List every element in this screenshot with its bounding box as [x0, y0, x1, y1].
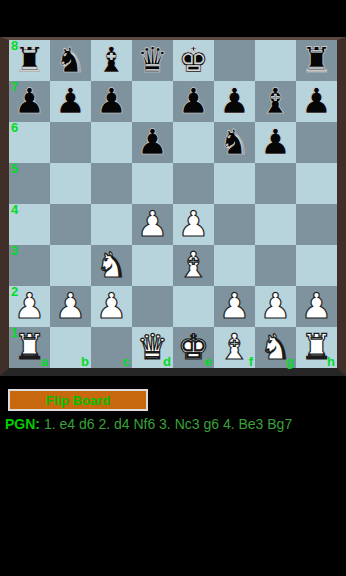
- square-b1[interactable]: b: [50, 327, 91, 368]
- square-a6[interactable]: 6: [9, 122, 50, 163]
- square-f8[interactable]: [214, 40, 255, 81]
- rank-label-3: 3: [11, 244, 18, 258]
- square-e7[interactable]: ♟: [173, 81, 214, 122]
- pgn-line: PGN: 1. e4 d6 2. d4 Nf6 3. Nc3 g6 4. Be3…: [5, 416, 346, 432]
- black-pawn: ♟: [132, 122, 173, 163]
- black-pawn: ♟: [255, 122, 296, 163]
- square-e5[interactable]: [173, 163, 214, 204]
- file-label-f: f: [249, 355, 253, 368]
- status-bar: [0, 0, 346, 37]
- square-d4[interactable]: ♟: [132, 204, 173, 245]
- black-bishop: ♝: [91, 40, 132, 81]
- square-e4[interactable]: ♟: [173, 204, 214, 245]
- white-pawn: ♟: [255, 286, 296, 327]
- white-pawn: ♟: [173, 204, 214, 245]
- square-d1[interactable]: d♛: [132, 327, 173, 368]
- square-f7[interactable]: ♟: [214, 81, 255, 122]
- square-g4[interactable]: [255, 204, 296, 245]
- square-e6[interactable]: [173, 122, 214, 163]
- rank-label-4: 4: [11, 203, 18, 217]
- square-b2[interactable]: ♟: [50, 286, 91, 327]
- file-label-c: c: [123, 355, 130, 368]
- square-c8[interactable]: ♝: [91, 40, 132, 81]
- square-h1[interactable]: h♜: [296, 327, 337, 368]
- board-frame: 8♜♞♝♛♚♜7♟♟♟♟♟♝♟6♟♞♟54♟♟3♞♝2♟♟♟♟♟♟1a♜bcd♛…: [0, 37, 346, 376]
- square-h6[interactable]: [296, 122, 337, 163]
- file-label-a: a: [41, 355, 48, 368]
- white-pawn: ♟: [296, 286, 337, 327]
- rank-label-2: 2: [11, 285, 18, 299]
- black-bishop: ♝: [255, 81, 296, 122]
- square-d2[interactable]: [132, 286, 173, 327]
- rank-label-6: 6: [11, 121, 18, 135]
- black-rook: ♜: [296, 40, 337, 81]
- square-h3[interactable]: [296, 245, 337, 286]
- square-b4[interactable]: [50, 204, 91, 245]
- square-a4[interactable]: 4: [9, 204, 50, 245]
- white-pawn: ♟: [50, 286, 91, 327]
- square-c2[interactable]: ♟: [91, 286, 132, 327]
- square-f1[interactable]: f♝: [214, 327, 255, 368]
- chess-board: 8♜♞♝♛♚♜7♟♟♟♟♟♝♟6♟♞♟54♟♟3♞♝2♟♟♟♟♟♟1a♜bcd♛…: [9, 40, 337, 368]
- square-e3[interactable]: ♝: [173, 245, 214, 286]
- square-h2[interactable]: ♟: [296, 286, 337, 327]
- square-e8[interactable]: ♚: [173, 40, 214, 81]
- square-c5[interactable]: [91, 163, 132, 204]
- flip-board-button[interactable]: Flip Board: [8, 389, 148, 411]
- square-g6[interactable]: ♟: [255, 122, 296, 163]
- square-d7[interactable]: [132, 81, 173, 122]
- square-a5[interactable]: 5: [9, 163, 50, 204]
- white-knight: ♞: [91, 245, 132, 286]
- square-b3[interactable]: [50, 245, 91, 286]
- black-knight: ♞: [214, 122, 255, 163]
- file-label-b: b: [81, 355, 89, 368]
- square-g5[interactable]: [255, 163, 296, 204]
- square-e2[interactable]: [173, 286, 214, 327]
- square-f5[interactable]: [214, 163, 255, 204]
- square-c4[interactable]: [91, 204, 132, 245]
- square-g2[interactable]: ♟: [255, 286, 296, 327]
- square-c1[interactable]: c: [91, 327, 132, 368]
- white-bishop: ♝: [173, 245, 214, 286]
- square-g7[interactable]: ♝: [255, 81, 296, 122]
- square-a1[interactable]: 1a♜: [9, 327, 50, 368]
- square-d6[interactable]: ♟: [132, 122, 173, 163]
- square-g1[interactable]: g♞: [255, 327, 296, 368]
- square-g8[interactable]: [255, 40, 296, 81]
- square-c3[interactable]: ♞: [91, 245, 132, 286]
- square-f3[interactable]: [214, 245, 255, 286]
- rank-label-5: 5: [11, 162, 18, 176]
- square-f2[interactable]: ♟: [214, 286, 255, 327]
- file-label-h: h: [327, 355, 335, 368]
- square-h5[interactable]: [296, 163, 337, 204]
- black-pawn: ♟: [296, 81, 337, 122]
- square-d8[interactable]: ♛: [132, 40, 173, 81]
- white-pawn: ♟: [91, 286, 132, 327]
- black-pawn: ♟: [173, 81, 214, 122]
- square-e1[interactable]: e♚: [173, 327, 214, 368]
- square-h4[interactable]: [296, 204, 337, 245]
- square-a3[interactable]: 3: [9, 245, 50, 286]
- square-c7[interactable]: ♟: [91, 81, 132, 122]
- square-c6[interactable]: [91, 122, 132, 163]
- file-label-d: d: [163, 355, 171, 368]
- black-knight: ♞: [50, 40, 91, 81]
- black-pawn: ♟: [50, 81, 91, 122]
- square-f4[interactable]: [214, 204, 255, 245]
- white-pawn: ♟: [214, 286, 255, 327]
- square-a2[interactable]: 2♟: [9, 286, 50, 327]
- pgn-label: PGN:: [5, 416, 40, 432]
- black-pawn: ♟: [214, 81, 255, 122]
- square-b6[interactable]: [50, 122, 91, 163]
- square-f6[interactable]: ♞: [214, 122, 255, 163]
- file-label-e: e: [205, 355, 212, 368]
- rank-label-8: 8: [11, 39, 18, 53]
- file-label-g: g: [286, 355, 294, 368]
- square-a7[interactable]: 7♟: [9, 81, 50, 122]
- square-a8[interactable]: 8♜: [9, 40, 50, 81]
- square-h8[interactable]: ♜: [296, 40, 337, 81]
- black-king: ♚: [173, 40, 214, 81]
- black-pawn: ♟: [91, 81, 132, 122]
- white-pawn: ♟: [132, 204, 173, 245]
- pgn-moves: 1. e4 d6 2. d4 Nf6 3. Nc3 g6 4. Be3 Bg7: [44, 416, 292, 432]
- rank-label-1: 1: [11, 326, 18, 340]
- square-h7[interactable]: ♟: [296, 81, 337, 122]
- square-b7[interactable]: ♟: [50, 81, 91, 122]
- square-d3[interactable]: [132, 245, 173, 286]
- black-queen: ♛: [132, 40, 173, 81]
- square-g3[interactable]: [255, 245, 296, 286]
- square-d5[interactable]: [132, 163, 173, 204]
- rank-label-7: 7: [11, 80, 18, 94]
- square-b8[interactable]: ♞: [50, 40, 91, 81]
- square-b5[interactable]: [50, 163, 91, 204]
